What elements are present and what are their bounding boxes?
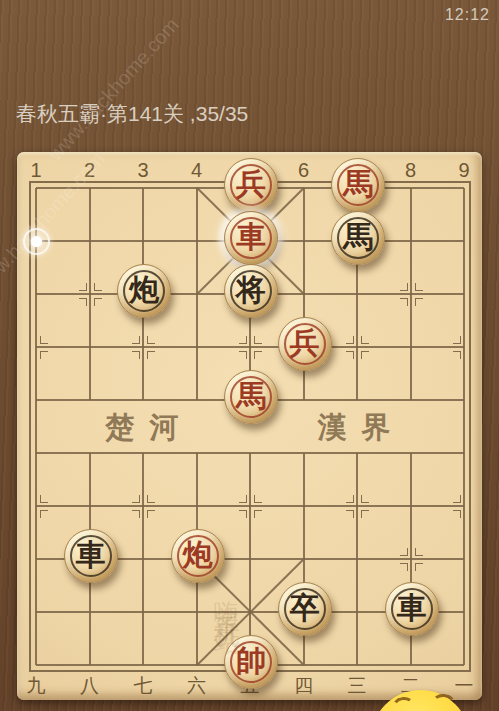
piece-black-炮-3-3[interactable]: 炮 [117, 264, 171, 318]
piece-character: 馬 [343, 222, 373, 252]
piece-character: 将 [236, 275, 266, 305]
piece-character: 卒 [290, 593, 320, 623]
move-origin-dot [31, 236, 42, 247]
level-title: 春秋五霸·第141关 ,35/35 [16, 100, 248, 128]
piece-character: 車 [236, 222, 266, 252]
piece-character: 兵 [290, 328, 320, 358]
piece-character: 馬 [343, 169, 373, 199]
board-panel[interactable]: 嗨客手机站 123456789九八七六五四三二一 楚河 漢界 兵馬車馬炮将兵馬車… [17, 152, 482, 700]
clock-time: 12:12 [445, 6, 490, 24]
piece-character: 帥 [236, 646, 266, 676]
piece-red-兵-5-1[interactable]: 兵 [224, 158, 278, 212]
piece-red-馬-7-1[interactable]: 馬 [331, 158, 385, 212]
piece-red-馬-5-5[interactable]: 馬 [224, 370, 278, 424]
piece-layer: 兵馬車馬炮将兵馬車炮卒車帥 [17, 152, 482, 700]
piece-red-炮-4-8[interactable]: 炮 [171, 529, 225, 583]
piece-black-将-5-3[interactable]: 将 [224, 264, 278, 318]
piece-character: 車 [397, 593, 427, 623]
piece-character: 炮 [183, 540, 213, 570]
piece-black-馬-7-2[interactable]: 馬 [331, 211, 385, 265]
piece-black-卒-6-9[interactable]: 卒 [278, 582, 332, 636]
piece-black-車-2-8[interactable]: 車 [64, 529, 118, 583]
piece-character: 馬 [236, 381, 266, 411]
piece-character: 車 [76, 540, 106, 570]
watermark-text: www.hackhome.com [44, 14, 184, 166]
piece-black-車-8-9[interactable]: 車 [385, 582, 439, 636]
game-screen: 12:12 春秋五霸·第141关 ,35/35 www.hackhome.com… [0, 0, 499, 711]
piece-character: 兵 [236, 169, 266, 199]
mascot-eye-icon [391, 695, 417, 711]
piece-red-車-5-2[interactable]: 車 [224, 211, 278, 265]
piece-red-帥-5-10[interactable]: 帥 [224, 635, 278, 689]
piece-red-兵-6-4[interactable]: 兵 [278, 317, 332, 371]
piece-character: 炮 [129, 275, 159, 305]
